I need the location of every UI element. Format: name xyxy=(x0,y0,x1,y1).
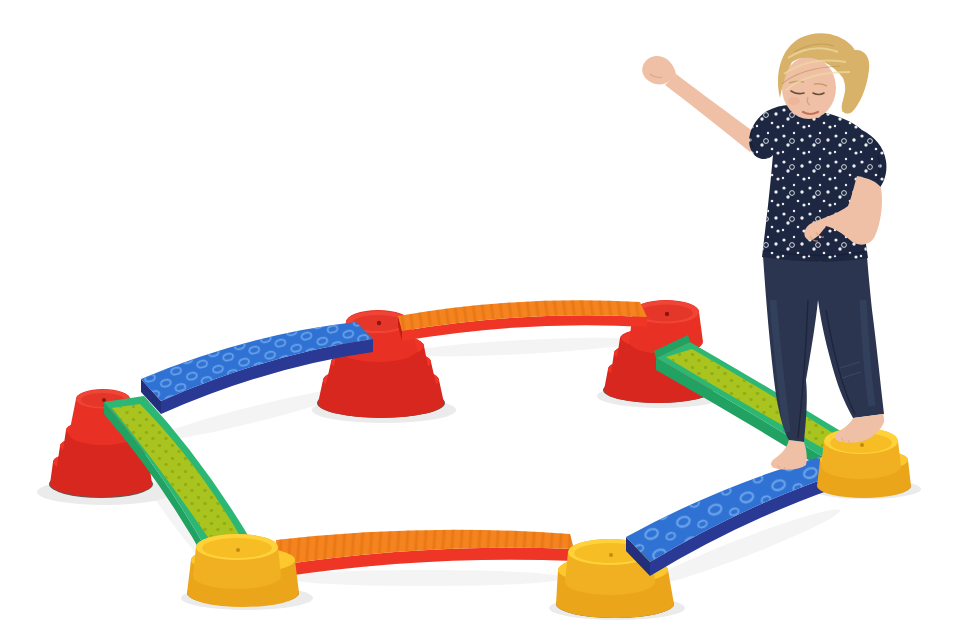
beam-shadow xyxy=(408,334,638,360)
beam-shadow xyxy=(285,570,565,586)
stone-top-inner xyxy=(202,538,272,558)
cheek-blush xyxy=(788,97,800,105)
stone-pinhole xyxy=(665,312,669,316)
stone-pinhole xyxy=(377,321,381,325)
stone-pinhole xyxy=(236,548,240,552)
stone-pinhole xyxy=(102,398,106,402)
face xyxy=(782,57,836,119)
scene xyxy=(0,0,970,634)
stone-pinhole xyxy=(860,443,864,447)
left-foot xyxy=(771,440,807,470)
balance-beam-orange-bottom xyxy=(276,530,574,577)
stone-pinhole xyxy=(609,553,613,557)
balance-beam-orange-top xyxy=(398,300,647,341)
raised-arm xyxy=(665,74,762,152)
